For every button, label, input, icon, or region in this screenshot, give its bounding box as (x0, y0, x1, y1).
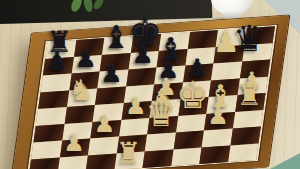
white-knight-piece[interactable]: ♞ (68, 76, 94, 105)
white-pawn-piece[interactable]: ♟ (94, 112, 116, 136)
white-king-piece[interactable]: ♚ (176, 77, 209, 114)
white-pawn-piece[interactable]: ♟ (125, 94, 147, 118)
black-pawn-piece[interactable]: ♟ (101, 62, 123, 86)
white-rook-piece[interactable]: ♜ (236, 81, 262, 110)
black-bishop-piece[interactable]: ♝ (102, 22, 130, 53)
white-queen-piece[interactable]: ♛ (146, 98, 177, 133)
square-f1[interactable] (171, 147, 202, 166)
white-pawn-piece[interactable]: ♟ (63, 131, 85, 155)
black-pawn-piece[interactable]: ♟ (75, 48, 97, 72)
square-b1[interactable] (57, 155, 88, 169)
white-rook-piece[interactable]: ♜ (115, 139, 141, 168)
white-pawn-piece[interactable]: ♟ (208, 105, 230, 129)
square-e1[interactable] (142, 149, 173, 168)
chess-set-photo-scene: ♜♝♚♟♟♟♝♟♟♟♞♟♟♟♞♚♝♜♟♛♟♟♜ ♟ ♛ (0, 0, 300, 169)
square-d1[interactable]: ♜ (114, 151, 145, 169)
black-pawn-piece[interactable]: ♟ (132, 44, 154, 68)
square-h1[interactable] (228, 143, 259, 162)
captured-pieces-tray: ♟ ♛ (213, 13, 269, 57)
square-c1[interactable] (86, 153, 117, 169)
square-a1[interactable] (29, 157, 60, 169)
black-pawn-piece[interactable]: ♟ (46, 50, 68, 74)
square-g1[interactable] (199, 145, 230, 164)
captured-black-queen[interactable]: ♛ (233, 21, 265, 57)
